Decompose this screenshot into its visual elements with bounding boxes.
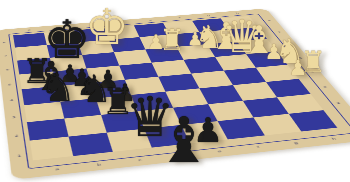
coord-label-2: 2 bbox=[335, 101, 341, 104]
coord-label-3: 3 bbox=[12, 116, 16, 119]
coord-label-7: 7 bbox=[4, 54, 7, 57]
coord-label-8: 8 bbox=[2, 41, 5, 43]
coord-label-1: 1 bbox=[17, 154, 21, 158]
coord-label-h: h bbox=[331, 137, 338, 142]
coord-label-a: a bbox=[55, 167, 60, 172]
coord-label-6: 6 bbox=[6, 68, 9, 71]
piece-black-knight[interactable]: ♞ bbox=[40, 67, 76, 107]
square-a1[interactable] bbox=[30, 137, 73, 161]
coord-label-4: 4 bbox=[10, 99, 14, 102]
coord-label-f: f bbox=[256, 145, 261, 150]
coord-label-5: 5 bbox=[8, 83, 12, 86]
piece-white-king[interactable]: ♚ bbox=[85, 3, 129, 52]
coord-label-g: g bbox=[293, 141, 300, 146]
piece-black-bishop[interactable]: ♝ bbox=[156, 109, 212, 172]
coord-label-b: b bbox=[97, 162, 102, 167]
coord-label-3: 3 bbox=[322, 85, 327, 88]
square-b1[interactable] bbox=[69, 133, 113, 156]
piece-white-rook[interactable]: ♜ bbox=[159, 26, 185, 55]
chess-set-photo: abcdefgh abcdefgh 87654321 87654321 ♚♚♟♜… bbox=[0, 0, 350, 182]
coord-label-2: 2 bbox=[14, 134, 18, 138]
piece-white-pawn[interactable]: ♟ bbox=[289, 58, 308, 79]
coord-label-c: c bbox=[138, 158, 143, 163]
